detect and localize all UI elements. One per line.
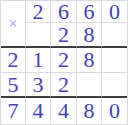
- cell-product-d1: 7: [1, 98, 26, 124]
- cell-product-d5: 0: [102, 98, 127, 124]
- cell-r3c5: [102, 48, 127, 73]
- multiplication-grid: × 2 6 6 0 2 8 2 1 2 8 5 3 2 7 4 4 8 0: [0, 0, 128, 125]
- cell-multiplicand-units: 0: [102, 1, 127, 23]
- cell-partial2-d3: 2: [51, 73, 77, 98]
- cell-partial2-d1: 5: [1, 73, 26, 98]
- cell-r2c2: [26, 23, 51, 48]
- cell-r2c5: [102, 23, 127, 48]
- cell-multiplier-tens: 2: [51, 23, 77, 48]
- cell-r4c5: [102, 73, 127, 98]
- cell-r4c4: [77, 73, 102, 98]
- cell-multiplicand-thousands: 2: [26, 1, 51, 23]
- multiply-operator: ×: [1, 1, 26, 48]
- cell-multiplier-units: 8: [77, 23, 102, 48]
- cell-partial1-d3: 2: [51, 48, 77, 73]
- cell-partial1-d2: 1: [26, 48, 51, 73]
- cell-multiplicand-tens: 6: [77, 1, 102, 23]
- cell-multiplicand-hundreds: 6: [51, 1, 77, 23]
- cell-product-d3: 4: [51, 98, 77, 124]
- cell-product-d4: 8: [77, 98, 102, 124]
- cell-partial1-d4: 8: [77, 48, 102, 73]
- cell-partial1-d1: 2: [1, 48, 26, 73]
- cell-partial2-d2: 3: [26, 73, 51, 98]
- cell-product-d2: 4: [26, 98, 51, 124]
